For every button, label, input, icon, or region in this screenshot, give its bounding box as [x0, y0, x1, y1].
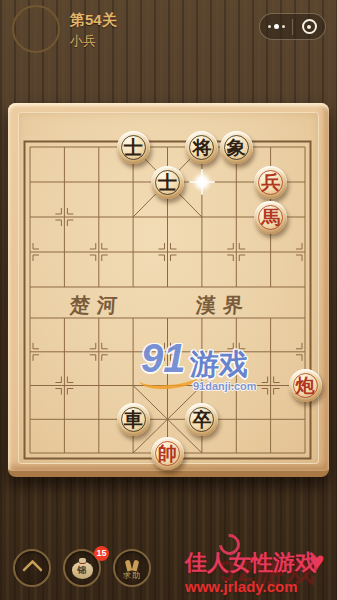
target-icon — [302, 19, 317, 34]
player-avatar[interactable] — [12, 5, 60, 53]
praying-hands-icon — [124, 560, 140, 571]
piece-象[interactable]: 象 — [220, 131, 253, 164]
piece-士[interactable]: 士 — [117, 131, 150, 164]
heart-icon: ♥ — [309, 546, 324, 577]
piece-卒[interactable]: 卒 — [185, 403, 218, 436]
miniprogram-capsule — [259, 13, 326, 40]
dot-icon — [268, 25, 271, 28]
menu-expand-button[interactable] — [13, 549, 51, 587]
level-label: 第54关 — [70, 11, 117, 30]
hint-count-badge: 15 — [94, 546, 109, 561]
move-highlight-sparkle — [191, 171, 213, 193]
game-screen: 第54关 小兵 楚河 漢界 士将象士兵馬炮車卒帥 91 游戏 91danji.c… — [0, 0, 337, 600]
piece-士[interactable]: 士 — [151, 166, 184, 199]
piece-車[interactable]: 車 — [117, 403, 150, 436]
piece-帥[interactable]: 帥 — [151, 437, 184, 470]
more-menu-button[interactable] — [260, 14, 292, 39]
xiangqi-board[interactable]: 楚河 漢界 士将象士兵馬炮車卒帥 91 游戏 91danji.com — [8, 103, 329, 477]
figure-swirl-icon — [215, 530, 245, 560]
dot-icon — [282, 25, 285, 28]
watermark-url: www.jrlady.com — [185, 578, 298, 595]
dot-icon — [274, 24, 279, 29]
piece-将[interactable]: 将 — [185, 131, 218, 164]
piece-馬[interactable]: 馬 — [254, 201, 287, 234]
chevron-up-icon — [21, 559, 42, 580]
bottom-watermark: 92游戏 佳人女性游戏 ♥ www.jrlady.com — [183, 540, 337, 600]
level-name: 小兵 — [70, 32, 96, 50]
money-bag-icon: 锦 — [72, 562, 93, 579]
piece-兵[interactable]: 兵 — [254, 166, 287, 199]
pieces-layer: 士将象士兵馬炮車卒帥 — [8, 103, 329, 471]
close-circle-button[interactable] — [293, 14, 325, 39]
help-button[interactable]: 求助 — [113, 549, 151, 587]
piece-炮[interactable]: 炮 — [289, 369, 322, 402]
watermark-title: 佳人女性游戏 — [185, 548, 317, 578]
watermark-behind-text: 92游戏 — [219, 552, 317, 592]
